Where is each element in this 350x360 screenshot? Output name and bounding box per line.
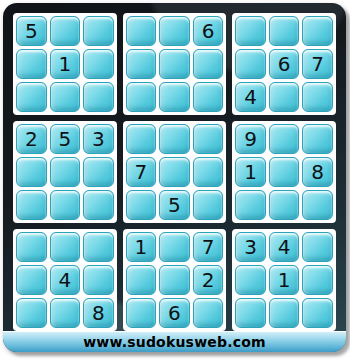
cell-r7c4[interactable]: 1	[126, 232, 157, 262]
cell-r7c8[interactable]: 4	[269, 232, 300, 262]
cell-r4c3[interactable]: 3	[83, 124, 114, 154]
cell-r6c8[interactable]	[269, 190, 300, 220]
cell-r1c3[interactable]	[83, 16, 114, 46]
cell-r6c1[interactable]	[16, 190, 47, 220]
cell-r2c2[interactable]: 1	[50, 49, 81, 79]
cell-r7c1[interactable]	[16, 232, 47, 262]
box-1-3: 674	[232, 13, 336, 115]
cell-r1c1[interactable]: 5	[16, 16, 47, 46]
cell-r7c6[interactable]: 7	[193, 232, 224, 262]
cell-r9c9[interactable]	[302, 298, 333, 328]
cell-r4c7[interactable]: 9	[235, 124, 266, 154]
cell-r7c7[interactable]: 3	[235, 232, 266, 262]
cell-r2c1[interactable]	[16, 49, 47, 79]
cell-r8c2[interactable]: 4	[50, 265, 81, 295]
cell-r5c4[interactable]: 7	[126, 157, 157, 187]
cell-r3c6[interactable]	[193, 82, 224, 112]
cell-r6c5[interactable]: 5	[159, 190, 190, 220]
cell-r3c2[interactable]	[50, 82, 81, 112]
cell-r8c9[interactable]	[302, 265, 333, 295]
cell-r2c6[interactable]	[193, 49, 224, 79]
cell-r6c9[interactable]	[302, 190, 333, 220]
cell-r8c4[interactable]	[126, 265, 157, 295]
cell-r1c9[interactable]	[302, 16, 333, 46]
cell-r4c1[interactable]: 2	[16, 124, 47, 154]
cell-r5c6[interactable]	[193, 157, 224, 187]
cell-r9c4[interactable]	[126, 298, 157, 328]
cell-r8c1[interactable]	[16, 265, 47, 295]
cell-r5c2[interactable]	[50, 157, 81, 187]
cell-r3c5[interactable]	[159, 82, 190, 112]
cell-r6c2[interactable]	[50, 190, 81, 220]
box-2-3: 918	[232, 121, 336, 223]
site-link[interactable]: www.sudokusweb.com	[83, 334, 266, 350]
box-1-2: 6	[123, 13, 227, 115]
cell-r9c8[interactable]	[269, 298, 300, 328]
cell-r1c7[interactable]	[235, 16, 266, 46]
cell-r7c9[interactable]	[302, 232, 333, 262]
cell-r9c6[interactable]	[193, 298, 224, 328]
cell-r3c3[interactable]	[83, 82, 114, 112]
boxes: 51667425375918481726341	[13, 13, 336, 331]
cell-r5c7[interactable]: 1	[235, 157, 266, 187]
cell-r5c3[interactable]	[83, 157, 114, 187]
cell-r9c3[interactable]: 8	[83, 298, 114, 328]
cell-r2c7[interactable]	[235, 49, 266, 79]
cell-r3c4[interactable]	[126, 82, 157, 112]
cell-r5c1[interactable]	[16, 157, 47, 187]
cell-r8c3[interactable]	[83, 265, 114, 295]
cell-r2c3[interactable]	[83, 49, 114, 79]
cell-r1c4[interactable]	[126, 16, 157, 46]
cell-r2c9[interactable]: 7	[302, 49, 333, 79]
cell-r5c9[interactable]: 8	[302, 157, 333, 187]
cell-r2c4[interactable]	[126, 49, 157, 79]
cell-r4c6[interactable]	[193, 124, 224, 154]
cell-r1c5[interactable]	[159, 16, 190, 46]
box-3-3: 341	[232, 229, 336, 331]
cell-r3c7[interactable]: 4	[235, 82, 266, 112]
cell-r4c5[interactable]	[159, 124, 190, 154]
footer-bar: www.sudokusweb.com	[3, 331, 346, 352]
cell-r7c3[interactable]	[83, 232, 114, 262]
cell-r5c5[interactable]	[159, 157, 190, 187]
cell-r3c9[interactable]	[302, 82, 333, 112]
box-3-2: 1726	[123, 229, 227, 331]
cell-r1c6[interactable]: 6	[193, 16, 224, 46]
cell-r8c6[interactable]: 2	[193, 265, 224, 295]
cell-r8c5[interactable]	[159, 265, 190, 295]
cell-r3c8[interactable]	[269, 82, 300, 112]
cell-r9c5[interactable]: 6	[159, 298, 190, 328]
box-2-2: 75	[123, 121, 227, 223]
cell-r9c7[interactable]	[235, 298, 266, 328]
cell-r4c9[interactable]	[302, 124, 333, 154]
cell-r5c8[interactable]	[269, 157, 300, 187]
cell-r6c3[interactable]	[83, 190, 114, 220]
box-2-1: 253	[13, 121, 117, 223]
cell-r9c1[interactable]	[16, 298, 47, 328]
sudoku-board: 51667425375918481726341 www.sudokusweb.c…	[3, 3, 346, 352]
cell-r9c2[interactable]	[50, 298, 81, 328]
cell-r1c8[interactable]	[269, 16, 300, 46]
cell-r4c8[interactable]	[269, 124, 300, 154]
cell-r1c2[interactable]	[50, 16, 81, 46]
cell-r7c5[interactable]	[159, 232, 190, 262]
cell-r8c8[interactable]: 1	[269, 265, 300, 295]
cell-r7c2[interactable]	[50, 232, 81, 262]
cell-r6c4[interactable]	[126, 190, 157, 220]
cell-r3c1[interactable]	[16, 82, 47, 112]
cell-r2c8[interactable]: 6	[269, 49, 300, 79]
cell-r8c7[interactable]	[235, 265, 266, 295]
cell-r6c7[interactable]	[235, 190, 266, 220]
box-1-1: 51	[13, 13, 117, 115]
box-3-1: 48	[13, 229, 117, 331]
cell-r4c4[interactable]	[126, 124, 157, 154]
cell-r6c6[interactable]	[193, 190, 224, 220]
cell-r2c5[interactable]	[159, 49, 190, 79]
cell-r4c2[interactable]: 5	[50, 124, 81, 154]
